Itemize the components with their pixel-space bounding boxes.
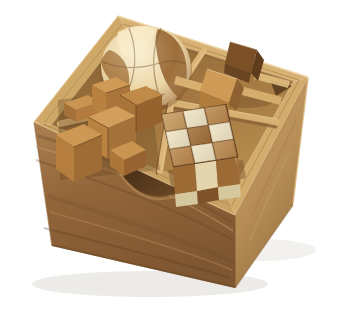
checker-cell <box>170 146 195 166</box>
checker-cube-top-grid <box>161 104 238 167</box>
product-photo <box>0 0 340 312</box>
checker-cell <box>191 143 216 163</box>
checker-cell <box>213 140 238 160</box>
